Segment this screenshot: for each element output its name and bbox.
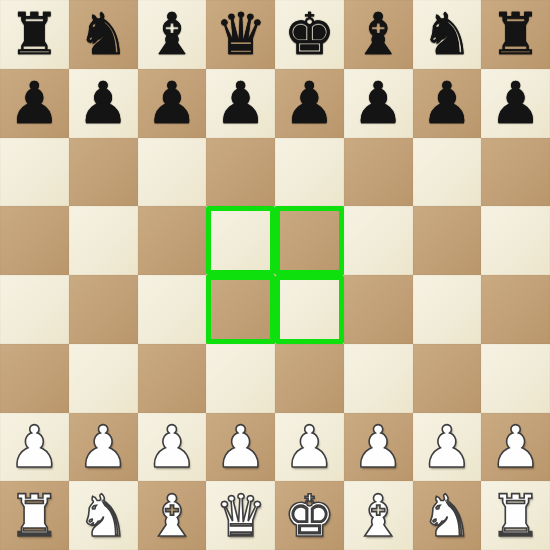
square-b1[interactable]: ♞ [69, 481, 138, 550]
white-rook-piece[interactable]: ♜ [8, 482, 60, 550]
white-pawn-piece[interactable]: ♟ [215, 413, 267, 481]
white-pawn-piece[interactable]: ♟ [283, 413, 335, 481]
square-e7[interactable]: ♟ [275, 69, 344, 138]
highlight-square-e4 [275, 275, 344, 344]
square-a1[interactable]: ♜ [0, 481, 69, 550]
white-pawn-piece[interactable]: ♟ [421, 413, 473, 481]
square-e4[interactable] [275, 275, 344, 344]
square-b7[interactable]: ♟ [69, 69, 138, 138]
square-e8[interactable]: ♚ [275, 0, 344, 69]
black-pawn-piece[interactable]: ♟ [490, 69, 542, 137]
square-a7[interactable]: ♟ [0, 69, 69, 138]
square-c4[interactable] [138, 275, 207, 344]
square-d4[interactable] [206, 275, 275, 344]
square-g5[interactable] [413, 206, 482, 275]
square-h5[interactable] [481, 206, 550, 275]
black-rook-piece[interactable]: ♜ [8, 0, 60, 68]
chess-board: ♜♞♝♛♚♝♞♜♟♟♟♟♟♟♟♟♟♟♟♟♟♟♟♟♜♞♝♛♚♝♞♜ [0, 0, 550, 550]
square-f2[interactable]: ♟ [344, 413, 413, 482]
square-d7[interactable]: ♟ [206, 69, 275, 138]
white-pawn-piece[interactable]: ♟ [8, 413, 60, 481]
white-pawn-piece[interactable]: ♟ [146, 413, 198, 481]
square-e5[interactable] [275, 206, 344, 275]
square-e1[interactable]: ♚ [275, 481, 344, 550]
square-d3[interactable] [206, 344, 275, 413]
square-f1[interactable]: ♝ [344, 481, 413, 550]
white-pawn-piece[interactable]: ♟ [77, 413, 129, 481]
white-king-piece[interactable]: ♚ [283, 482, 335, 550]
black-bishop-piece[interactable]: ♝ [146, 0, 198, 68]
black-pawn-piece[interactable]: ♟ [421, 69, 473, 137]
square-c1[interactable]: ♝ [138, 481, 207, 550]
square-d2[interactable]: ♟ [206, 413, 275, 482]
square-c3[interactable] [138, 344, 207, 413]
white-knight-piece[interactable]: ♞ [421, 482, 473, 550]
white-queen-piece[interactable]: ♛ [215, 482, 267, 550]
square-d6[interactable] [206, 138, 275, 207]
black-pawn-piece[interactable]: ♟ [352, 69, 404, 137]
square-g6[interactable] [413, 138, 482, 207]
square-f7[interactable]: ♟ [344, 69, 413, 138]
white-bishop-piece[interactable]: ♝ [352, 482, 404, 550]
white-pawn-piece[interactable]: ♟ [352, 413, 404, 481]
square-f5[interactable] [344, 206, 413, 275]
square-b5[interactable] [69, 206, 138, 275]
black-pawn-piece[interactable]: ♟ [283, 69, 335, 137]
black-bishop-piece[interactable]: ♝ [352, 0, 404, 68]
square-g2[interactable]: ♟ [413, 413, 482, 482]
black-king-piece[interactable]: ♚ [283, 0, 335, 68]
white-pawn-piece[interactable]: ♟ [490, 413, 542, 481]
black-pawn-piece[interactable]: ♟ [146, 69, 198, 137]
square-a4[interactable] [0, 275, 69, 344]
square-a6[interactable] [0, 138, 69, 207]
square-b4[interactable] [69, 275, 138, 344]
square-f3[interactable] [344, 344, 413, 413]
square-g1[interactable]: ♞ [413, 481, 482, 550]
square-d1[interactable]: ♛ [206, 481, 275, 550]
white-knight-piece[interactable]: ♞ [77, 482, 129, 550]
square-e2[interactable]: ♟ [275, 413, 344, 482]
square-g4[interactable] [413, 275, 482, 344]
square-f6[interactable] [344, 138, 413, 207]
black-queen-piece[interactable]: ♛ [215, 0, 267, 68]
square-c6[interactable] [138, 138, 207, 207]
square-d8[interactable]: ♛ [206, 0, 275, 69]
square-h3[interactable] [481, 344, 550, 413]
square-c2[interactable]: ♟ [138, 413, 207, 482]
white-bishop-piece[interactable]: ♝ [146, 482, 198, 550]
square-c5[interactable] [138, 206, 207, 275]
square-g3[interactable] [413, 344, 482, 413]
square-c7[interactable]: ♟ [138, 69, 207, 138]
square-b2[interactable]: ♟ [69, 413, 138, 482]
highlight-square-d5 [206, 206, 275, 275]
square-b6[interactable] [69, 138, 138, 207]
black-rook-piece[interactable]: ♜ [490, 0, 542, 68]
square-b3[interactable] [69, 344, 138, 413]
square-b8[interactable]: ♞ [69, 0, 138, 69]
square-f8[interactable]: ♝ [344, 0, 413, 69]
square-e6[interactable] [275, 138, 344, 207]
square-a3[interactable] [0, 344, 69, 413]
square-e3[interactable] [275, 344, 344, 413]
square-f4[interactable] [344, 275, 413, 344]
black-pawn-piece[interactable]: ♟ [77, 69, 129, 137]
square-g7[interactable]: ♟ [413, 69, 482, 138]
square-h8[interactable]: ♜ [481, 0, 550, 69]
square-h4[interactable] [481, 275, 550, 344]
black-pawn-piece[interactable]: ♟ [8, 69, 60, 137]
black-knight-piece[interactable]: ♞ [421, 0, 473, 68]
square-a5[interactable] [0, 206, 69, 275]
square-c8[interactable]: ♝ [138, 0, 207, 69]
highlight-square-d4 [206, 275, 275, 344]
black-knight-piece[interactable]: ♞ [77, 0, 129, 68]
square-g8[interactable]: ♞ [413, 0, 482, 69]
square-h2[interactable]: ♟ [481, 413, 550, 482]
square-a2[interactable]: ♟ [0, 413, 69, 482]
square-h6[interactable] [481, 138, 550, 207]
white-rook-piece[interactable]: ♜ [490, 482, 542, 550]
square-h7[interactable]: ♟ [481, 69, 550, 138]
square-a8[interactable]: ♜ [0, 0, 69, 69]
highlight-square-e5 [275, 206, 344, 275]
square-h1[interactable]: ♜ [481, 481, 550, 550]
square-d5[interactable] [206, 206, 275, 275]
black-pawn-piece[interactable]: ♟ [215, 69, 267, 137]
